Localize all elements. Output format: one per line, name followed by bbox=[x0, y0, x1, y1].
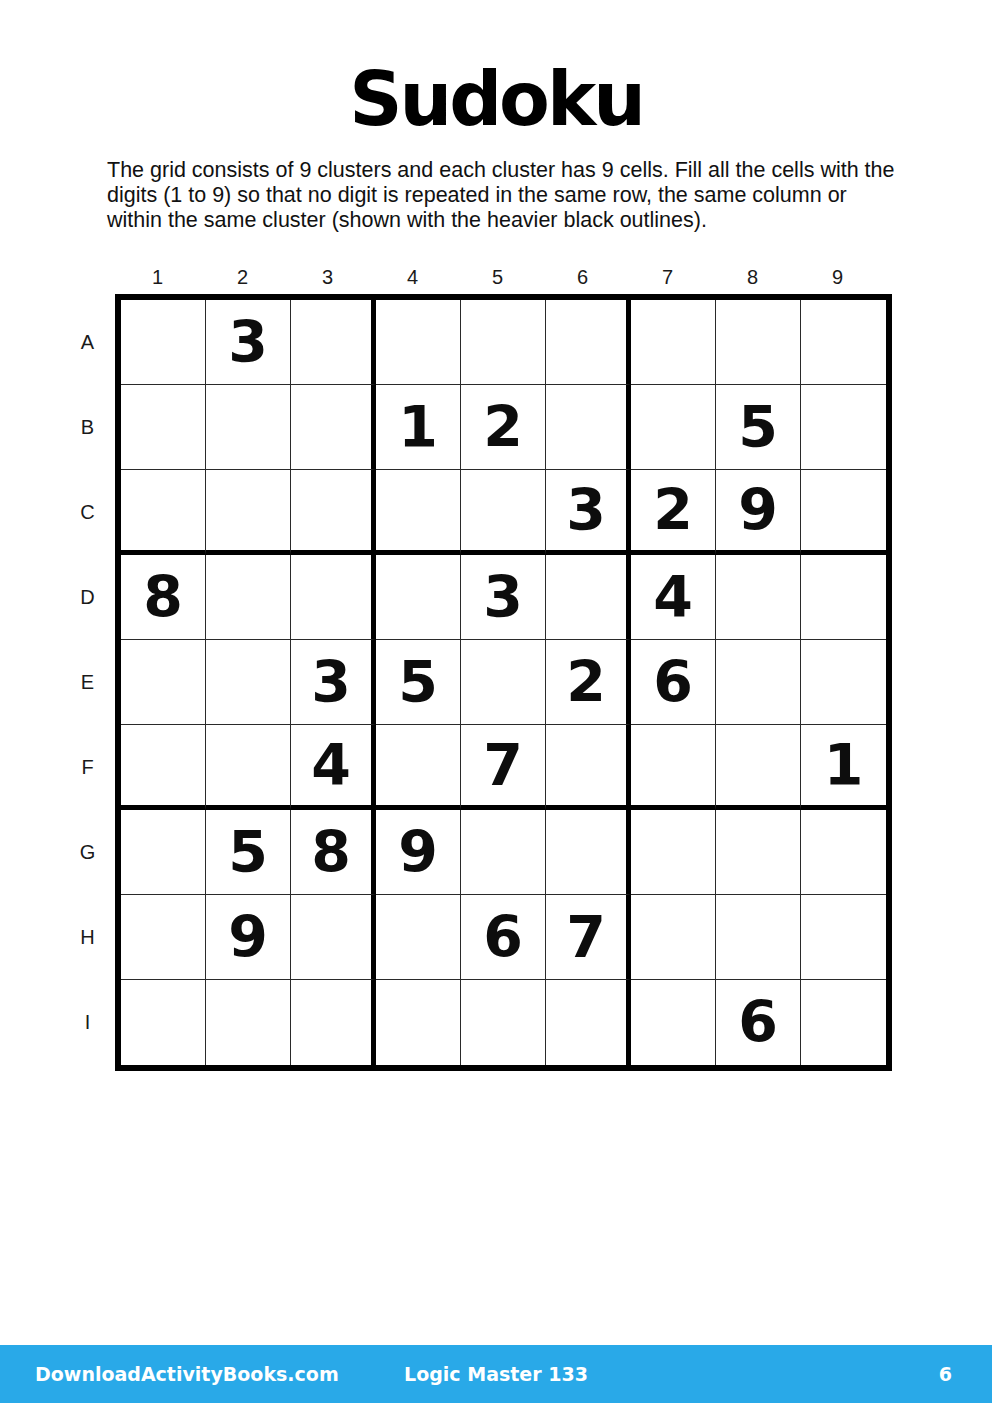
cell-E2 bbox=[206, 640, 291, 725]
row-label-F: F bbox=[60, 725, 115, 810]
cell-H4 bbox=[376, 895, 461, 980]
cell-D7: 4 bbox=[631, 555, 716, 640]
footer-website: DownloadActivityBooks.com bbox=[35, 1363, 339, 1385]
cell-F7 bbox=[631, 725, 716, 810]
col-label-2: 2 bbox=[200, 266, 285, 289]
col-label-5: 5 bbox=[455, 266, 540, 289]
cell-C2 bbox=[206, 470, 291, 555]
col-label-7: 7 bbox=[625, 266, 710, 289]
cell-E9 bbox=[801, 640, 886, 725]
cell-F2 bbox=[206, 725, 291, 810]
cell-H6: 7 bbox=[546, 895, 631, 980]
cell-G6 bbox=[546, 810, 631, 895]
row-label-A: A bbox=[60, 300, 115, 385]
footer-series-title: Logic Master 133 bbox=[404, 1363, 588, 1385]
cell-A9 bbox=[801, 300, 886, 385]
cell-H5: 6 bbox=[461, 895, 546, 980]
cell-E4: 5 bbox=[376, 640, 461, 725]
cell-F8 bbox=[716, 725, 801, 810]
column-labels: 123456789 bbox=[115, 266, 892, 289]
col-label-8: 8 bbox=[710, 266, 795, 289]
cell-H9 bbox=[801, 895, 886, 980]
cell-I1 bbox=[121, 980, 206, 1065]
row-label-G: G bbox=[60, 810, 115, 895]
cell-B5: 2 bbox=[461, 385, 546, 470]
cell-A5 bbox=[461, 300, 546, 385]
cell-B2 bbox=[206, 385, 291, 470]
cell-C5 bbox=[461, 470, 546, 555]
cell-B3 bbox=[291, 385, 376, 470]
cell-C7: 2 bbox=[631, 470, 716, 555]
col-label-6: 6 bbox=[540, 266, 625, 289]
cell-G1 bbox=[121, 810, 206, 895]
row-label-D: D bbox=[60, 555, 115, 640]
col-label-1: 1 bbox=[115, 266, 200, 289]
cell-F1 bbox=[121, 725, 206, 810]
puzzle-area: 123456789 ABCDEFGHI 31253298343526471589… bbox=[60, 266, 892, 1071]
cell-E5 bbox=[461, 640, 546, 725]
cell-G4: 9 bbox=[376, 810, 461, 895]
row-labels: ABCDEFGHI bbox=[60, 294, 115, 1071]
cell-B4: 1 bbox=[376, 385, 461, 470]
cell-F4 bbox=[376, 725, 461, 810]
cell-F3: 4 bbox=[291, 725, 376, 810]
cell-C6: 3 bbox=[546, 470, 631, 555]
cell-C4 bbox=[376, 470, 461, 555]
col-label-9: 9 bbox=[795, 266, 880, 289]
cell-C8: 9 bbox=[716, 470, 801, 555]
cell-D5: 3 bbox=[461, 555, 546, 640]
cell-B9 bbox=[801, 385, 886, 470]
cell-I8: 6 bbox=[716, 980, 801, 1065]
row-label-B: B bbox=[60, 385, 115, 470]
row-label-E: E bbox=[60, 640, 115, 725]
cell-D1: 8 bbox=[121, 555, 206, 640]
cell-B1 bbox=[121, 385, 206, 470]
cell-A1 bbox=[121, 300, 206, 385]
cell-D6 bbox=[546, 555, 631, 640]
cell-G8 bbox=[716, 810, 801, 895]
cell-I3 bbox=[291, 980, 376, 1065]
footer-bar: DownloadActivityBooks.com Logic Master 1… bbox=[0, 1345, 992, 1403]
cell-D9 bbox=[801, 555, 886, 640]
row-label-C: C bbox=[60, 470, 115, 555]
cell-D4 bbox=[376, 555, 461, 640]
cell-H2: 9 bbox=[206, 895, 291, 980]
col-label-3: 3 bbox=[285, 266, 370, 289]
cell-B6 bbox=[546, 385, 631, 470]
row-label-H: H bbox=[60, 895, 115, 980]
cell-A3 bbox=[291, 300, 376, 385]
cell-C1 bbox=[121, 470, 206, 555]
instructions-text: The grid consists of 9 clusters and each… bbox=[107, 158, 897, 233]
cell-A2: 3 bbox=[206, 300, 291, 385]
cell-E6: 2 bbox=[546, 640, 631, 725]
row-label-I: I bbox=[60, 980, 115, 1065]
cell-G9 bbox=[801, 810, 886, 895]
cell-F6 bbox=[546, 725, 631, 810]
page-title: Sudoku bbox=[0, 62, 992, 136]
cell-G5 bbox=[461, 810, 546, 895]
cell-A8 bbox=[716, 300, 801, 385]
cell-A4 bbox=[376, 300, 461, 385]
cell-G7 bbox=[631, 810, 716, 895]
cell-I5 bbox=[461, 980, 546, 1065]
cell-C3 bbox=[291, 470, 376, 555]
cell-C9 bbox=[801, 470, 886, 555]
cell-H8 bbox=[716, 895, 801, 980]
sudoku-board: 312532983435264715899676 bbox=[115, 294, 892, 1071]
cell-H3 bbox=[291, 895, 376, 980]
footer-page-number: 6 bbox=[939, 1363, 952, 1385]
cell-D2 bbox=[206, 555, 291, 640]
cell-B8: 5 bbox=[716, 385, 801, 470]
cell-H1 bbox=[121, 895, 206, 980]
cell-I6 bbox=[546, 980, 631, 1065]
cell-F9: 1 bbox=[801, 725, 886, 810]
col-label-4: 4 bbox=[370, 266, 455, 289]
cell-I9 bbox=[801, 980, 886, 1065]
cell-E8 bbox=[716, 640, 801, 725]
cell-E1 bbox=[121, 640, 206, 725]
cell-I2 bbox=[206, 980, 291, 1065]
cell-D3 bbox=[291, 555, 376, 640]
cell-E7: 6 bbox=[631, 640, 716, 725]
cell-B7 bbox=[631, 385, 716, 470]
cell-A7 bbox=[631, 300, 716, 385]
cell-E3: 3 bbox=[291, 640, 376, 725]
cell-F5: 7 bbox=[461, 725, 546, 810]
cell-I4 bbox=[376, 980, 461, 1065]
cell-A6 bbox=[546, 300, 631, 385]
cell-I7 bbox=[631, 980, 716, 1065]
cell-G3: 8 bbox=[291, 810, 376, 895]
cell-G2: 5 bbox=[206, 810, 291, 895]
cell-D8 bbox=[716, 555, 801, 640]
cell-H7 bbox=[631, 895, 716, 980]
